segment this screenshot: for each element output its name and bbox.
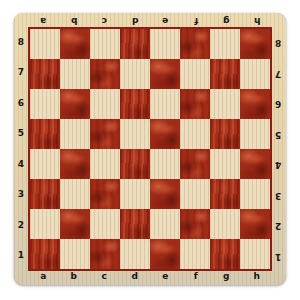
file-top-label-c: c	[89, 14, 120, 28]
rank-left-label-2: 2	[14, 210, 28, 241]
file-labels-top: abcdefgh	[28, 14, 272, 28]
square-h5[interactable]	[240, 119, 270, 149]
rank-left-label-1: 1	[14, 241, 28, 272]
square-h4[interactable]	[240, 149, 270, 179]
square-b5[interactable]	[60, 119, 90, 149]
rank-labels-right: 87654321	[271, 27, 285, 271]
rank-left-label-8: 8	[14, 27, 28, 58]
square-f6[interactable]	[180, 89, 210, 119]
square-f7[interactable]	[180, 59, 210, 89]
rank-right-label-3: 3	[271, 180, 285, 211]
square-g5[interactable]	[210, 119, 240, 149]
square-a8[interactable]	[30, 29, 60, 59]
square-a5[interactable]	[30, 119, 60, 149]
square-h8[interactable]	[240, 29, 270, 59]
square-g8[interactable]	[210, 29, 240, 59]
rank-right-label-6: 6	[271, 88, 285, 119]
square-c7[interactable]	[90, 59, 120, 89]
square-h1[interactable]	[240, 239, 270, 269]
square-c3[interactable]	[90, 179, 120, 209]
square-e5[interactable]	[150, 119, 180, 149]
file-bottom-label-a: a	[28, 269, 59, 283]
square-a1[interactable]	[30, 239, 60, 269]
rank-right-label-4: 4	[271, 149, 285, 180]
square-b2[interactable]	[60, 209, 90, 239]
file-top-label-f: f	[181, 14, 212, 28]
square-g7[interactable]	[210, 59, 240, 89]
square-h6[interactable]	[240, 89, 270, 119]
square-f8[interactable]	[180, 29, 210, 59]
square-g4[interactable]	[210, 149, 240, 179]
playing-field	[28, 27, 272, 271]
rank-left-label-3: 3	[14, 180, 28, 211]
photo-stage: abcdefgh 87654321 87654321 abcdefgh	[0, 0, 300, 300]
rank-right-label-7: 7	[271, 58, 285, 89]
square-d1[interactable]	[120, 239, 150, 269]
square-a4[interactable]	[30, 149, 60, 179]
rank-left-label-5: 5	[14, 119, 28, 150]
chess-board: abcdefgh 87654321 87654321 abcdefgh	[14, 13, 286, 285]
file-top-label-h: h	[242, 14, 273, 28]
square-d6[interactable]	[120, 89, 150, 119]
file-bottom-label-b: b	[59, 269, 90, 283]
file-labels-bottom: abcdefgh	[28, 269, 272, 283]
rank-left-label-4: 4	[14, 149, 28, 180]
rank-right-label-8: 8	[271, 27, 285, 58]
square-h3[interactable]	[240, 179, 270, 209]
square-a6[interactable]	[30, 89, 60, 119]
square-f1[interactable]	[180, 239, 210, 269]
rank-right-label-2: 2	[271, 210, 285, 241]
square-f4[interactable]	[180, 149, 210, 179]
square-f2[interactable]	[180, 209, 210, 239]
square-g6[interactable]	[210, 89, 240, 119]
square-h7[interactable]	[240, 59, 270, 89]
file-bottom-label-c: c	[89, 269, 120, 283]
square-a3[interactable]	[30, 179, 60, 209]
square-b3[interactable]	[60, 179, 90, 209]
square-e8[interactable]	[150, 29, 180, 59]
file-bottom-label-e: e	[150, 269, 181, 283]
rank-left-label-6: 6	[14, 88, 28, 119]
square-e3[interactable]	[150, 179, 180, 209]
file-top-label-g: g	[211, 14, 242, 28]
square-c8[interactable]	[90, 29, 120, 59]
rank-right-label-5: 5	[271, 119, 285, 150]
file-top-label-b: b	[59, 14, 90, 28]
square-g1[interactable]	[210, 239, 240, 269]
square-e4[interactable]	[150, 149, 180, 179]
square-a7[interactable]	[30, 59, 60, 89]
rank-labels-left: 87654321	[14, 27, 28, 271]
square-e1[interactable]	[150, 239, 180, 269]
file-bottom-label-d: d	[120, 269, 151, 283]
square-d2[interactable]	[120, 209, 150, 239]
square-g3[interactable]	[210, 179, 240, 209]
square-d5[interactable]	[120, 119, 150, 149]
square-g2[interactable]	[210, 209, 240, 239]
square-b4[interactable]	[60, 149, 90, 179]
square-c6[interactable]	[90, 89, 120, 119]
square-d4[interactable]	[120, 149, 150, 179]
file-top-label-d: d	[120, 14, 151, 28]
square-f5[interactable]	[180, 119, 210, 149]
square-c2[interactable]	[90, 209, 120, 239]
rank-right-label-1: 1	[271, 241, 285, 272]
square-d7[interactable]	[120, 59, 150, 89]
file-top-label-a: a	[28, 14, 59, 28]
square-b1[interactable]	[60, 239, 90, 269]
file-bottom-label-h: h	[242, 269, 273, 283]
rank-left-label-7: 7	[14, 58, 28, 89]
file-bottom-label-g: g	[211, 269, 242, 283]
square-f3[interactable]	[180, 179, 210, 209]
square-e6[interactable]	[150, 89, 180, 119]
square-e7[interactable]	[150, 59, 180, 89]
square-d8[interactable]	[120, 29, 150, 59]
square-b6[interactable]	[60, 89, 90, 119]
square-b8[interactable]	[60, 29, 90, 59]
square-c4[interactable]	[90, 149, 120, 179]
file-bottom-label-f: f	[181, 269, 212, 283]
square-a2[interactable]	[30, 209, 60, 239]
square-e2[interactable]	[150, 209, 180, 239]
square-b7[interactable]	[60, 59, 90, 89]
square-h2[interactable]	[240, 209, 270, 239]
square-c5[interactable]	[90, 119, 120, 149]
square-c1[interactable]	[90, 239, 120, 269]
file-top-label-e: e	[150, 14, 181, 28]
square-d3[interactable]	[120, 179, 150, 209]
